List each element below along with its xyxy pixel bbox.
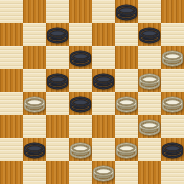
black-man-f8[interactable]: ⛂ [115, 0, 138, 24]
white-man-f2[interactable]: ⛂ [115, 135, 138, 162]
square-d4[interactable]: ⛂ [69, 92, 92, 115]
square-e3[interactable] [92, 115, 115, 138]
square-b2[interactable]: ⛂ [23, 138, 46, 161]
white-man-h6[interactable]: ⛂ [161, 43, 184, 70]
black-man-c7[interactable]: ⛂ [46, 20, 69, 47]
square-d2[interactable]: ⛂ [69, 138, 92, 161]
black-man-d4[interactable]: ⛂ [69, 89, 92, 116]
square-a7[interactable] [0, 23, 23, 46]
white-man-e1[interactable]: ⛂ [92, 158, 115, 184]
square-g3[interactable]: ⛂ [138, 115, 161, 138]
square-b4[interactable]: ⛂ [23, 92, 46, 115]
square-f1 [115, 161, 138, 184]
square-f6[interactable] [115, 46, 138, 69]
square-g7[interactable]: ⛂ [138, 23, 161, 46]
black-man-h2[interactable]: ⛂ [161, 135, 184, 162]
square-d6[interactable]: ⛂ [69, 46, 92, 69]
white-man-g3[interactable]: ⛂ [138, 112, 161, 139]
square-g1[interactable] [138, 161, 161, 184]
square-a2 [0, 138, 23, 161]
square-e7[interactable] [92, 23, 115, 46]
square-a3[interactable] [0, 115, 23, 138]
square-a5[interactable] [0, 69, 23, 92]
black-man-d6[interactable]: ⛂ [69, 43, 92, 70]
white-man-b4[interactable]: ⛂ [23, 89, 46, 116]
square-b7 [23, 23, 46, 46]
square-f2[interactable]: ⛂ [115, 138, 138, 161]
square-g2 [138, 138, 161, 161]
square-a8 [0, 0, 23, 23]
white-man-g5[interactable]: ⛂ [138, 66, 161, 93]
square-f4[interactable]: ⛂ [115, 92, 138, 115]
black-man-b2[interactable]: ⛂ [23, 135, 46, 162]
square-f8[interactable]: ⛂ [115, 0, 138, 23]
white-man-h4[interactable]: ⛂ [161, 89, 184, 116]
square-a6 [0, 46, 23, 69]
square-d8[interactable] [69, 0, 92, 23]
square-c7[interactable]: ⛂ [46, 23, 69, 46]
square-c1[interactable] [46, 161, 69, 184]
square-d1 [69, 161, 92, 184]
square-c2 [46, 138, 69, 161]
square-h6[interactable]: ⛂ [161, 46, 184, 69]
square-g5[interactable]: ⛂ [138, 69, 161, 92]
black-man-g7[interactable]: ⛂ [138, 20, 161, 47]
square-b8[interactable] [23, 0, 46, 23]
square-f7 [115, 23, 138, 46]
black-man-c5[interactable]: ⛂ [46, 66, 69, 93]
square-a4 [0, 92, 23, 115]
square-c5[interactable]: ⛂ [46, 69, 69, 92]
square-h4[interactable]: ⛂ [161, 92, 184, 115]
square-a1[interactable] [0, 161, 23, 184]
white-man-d2[interactable]: ⛂ [69, 135, 92, 162]
checkers-board: ⛂⛂⛂⛂⛂⛂⛂⛂⛂⛂⛂⛂⛂⛂⛂⛂⛂⛂ [0, 0, 184, 184]
square-e8 [92, 0, 115, 23]
square-e5[interactable]: ⛂ [92, 69, 115, 92]
square-h8[interactable] [161, 0, 184, 23]
square-c3[interactable] [46, 115, 69, 138]
white-man-f4[interactable]: ⛂ [115, 89, 138, 116]
square-e1[interactable]: ⛂ [92, 161, 115, 184]
square-b1 [23, 161, 46, 184]
black-man-e5[interactable]: ⛂ [92, 66, 115, 93]
square-h2[interactable]: ⛂ [161, 138, 184, 161]
square-c4 [46, 92, 69, 115]
square-b6[interactable] [23, 46, 46, 69]
square-e4 [92, 92, 115, 115]
square-h1 [161, 161, 184, 184]
